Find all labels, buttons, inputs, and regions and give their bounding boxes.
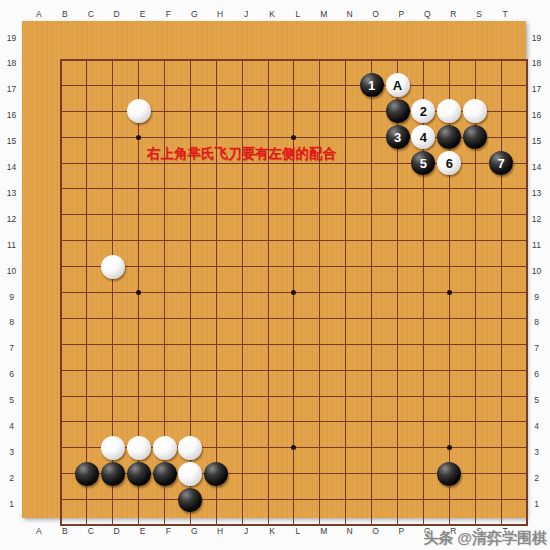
intersection-F6[interactable] — [177, 383, 203, 409]
intersection-A8[interactable] — [48, 331, 74, 357]
intersection-N18[interactable]: 1 — [359, 72, 385, 98]
intersection-J18[interactable] — [255, 72, 281, 98]
intersection-F4[interactable] — [177, 435, 203, 461]
intersection-M14[interactable] — [333, 176, 359, 202]
intersection-A5[interactable] — [48, 409, 74, 435]
intersection-E5[interactable] — [152, 409, 178, 435]
intersection-N11[interactable] — [359, 254, 385, 280]
intersection-C4[interactable] — [100, 435, 126, 461]
intersection-M8[interactable] — [333, 331, 359, 357]
intersection-L2[interactable] — [307, 487, 333, 513]
intersection-Q11[interactable] — [436, 254, 462, 280]
intersection-J6[interactable] — [255, 383, 281, 409]
intersection-E17[interactable] — [152, 98, 178, 124]
intersection-S9[interactable] — [488, 305, 514, 331]
intersection-S12[interactable] — [488, 228, 514, 254]
intersection-O15[interactable] — [385, 150, 411, 176]
intersection-C5[interactable] — [100, 409, 126, 435]
intersection-H3[interactable] — [229, 461, 255, 487]
intersection-K17[interactable] — [281, 98, 307, 124]
intersection-D12[interactable] — [126, 228, 152, 254]
intersection-E6[interactable] — [152, 383, 178, 409]
intersection-Q7[interactable] — [436, 357, 462, 383]
intersection-K18[interactable] — [281, 72, 307, 98]
intersection-E13[interactable] — [152, 202, 178, 228]
intersection-J10[interactable] — [255, 280, 281, 306]
intersection-M9[interactable] — [333, 305, 359, 331]
intersection-A7[interactable] — [48, 357, 74, 383]
intersection-D2[interactable] — [126, 487, 152, 513]
intersection-F3[interactable] — [177, 461, 203, 487]
intersection-H9[interactable] — [229, 305, 255, 331]
intersection-F2[interactable] — [177, 487, 203, 513]
intersection-F7[interactable] — [177, 357, 203, 383]
intersection-N13[interactable] — [359, 202, 385, 228]
intersection-O16[interactable]: 3 — [385, 124, 411, 150]
intersection-L6[interactable] — [307, 383, 333, 409]
intersection-C18[interactable] — [100, 72, 126, 98]
intersection-Q3[interactable] — [436, 461, 462, 487]
intersection-D4[interactable] — [126, 435, 152, 461]
intersection-M15[interactable] — [333, 150, 359, 176]
intersection-R9[interactable] — [462, 305, 488, 331]
intersection-D17[interactable] — [126, 98, 152, 124]
intersection-G5[interactable] — [203, 409, 229, 435]
intersection-A10[interactable] — [48, 280, 74, 306]
intersection-A6[interactable] — [48, 383, 74, 409]
intersection-S14[interactable] — [488, 176, 514, 202]
intersection-L11[interactable] — [307, 254, 333, 280]
intersection-F9[interactable] — [177, 305, 203, 331]
intersection-L13[interactable] — [307, 202, 333, 228]
intersection-F18[interactable] — [177, 72, 203, 98]
intersection-R15[interactable] — [462, 150, 488, 176]
intersection-N2[interactable] — [359, 487, 385, 513]
intersection-P14[interactable] — [410, 176, 436, 202]
intersection-N16[interactable] — [359, 124, 385, 150]
intersection-K6[interactable] — [281, 383, 307, 409]
intersection-N12[interactable] — [359, 228, 385, 254]
intersection-H6[interactable] — [229, 383, 255, 409]
intersection-E12[interactable] — [152, 228, 178, 254]
intersection-K8[interactable] — [281, 331, 307, 357]
intersection-D19[interactable] — [126, 47, 152, 73]
intersection-B14[interactable] — [74, 176, 100, 202]
intersection-C10[interactable] — [100, 280, 126, 306]
intersection-P15[interactable]: 5 — [410, 150, 436, 176]
intersection-M12[interactable] — [333, 228, 359, 254]
intersection-J2[interactable] — [255, 487, 281, 513]
intersection-E9[interactable] — [152, 305, 178, 331]
intersection-G6[interactable] — [203, 383, 229, 409]
intersection-S4[interactable] — [488, 435, 514, 461]
intersection-P8[interactable] — [410, 331, 436, 357]
intersection-A17[interactable] — [48, 98, 74, 124]
intersection-J19[interactable] — [255, 47, 281, 73]
intersection-G8[interactable] — [203, 331, 229, 357]
intersection-R5[interactable] — [462, 409, 488, 435]
intersection-R7[interactable] — [462, 357, 488, 383]
intersection-C9[interactable] — [100, 305, 126, 331]
intersection-P5[interactable] — [410, 409, 436, 435]
intersection-E10[interactable] — [152, 280, 178, 306]
intersection-S13[interactable] — [488, 202, 514, 228]
intersection-B4[interactable] — [74, 435, 100, 461]
intersection-G2[interactable] — [203, 487, 229, 513]
intersection-Q9[interactable] — [436, 305, 462, 331]
intersection-P6[interactable] — [410, 383, 436, 409]
intersection-K10[interactable] — [281, 280, 307, 306]
intersection-M16[interactable] — [333, 124, 359, 150]
intersection-G3[interactable] — [203, 461, 229, 487]
intersection-S7[interactable] — [488, 357, 514, 383]
intersection-Q10[interactable] — [436, 280, 462, 306]
intersection-N3[interactable] — [359, 461, 385, 487]
intersection-K5[interactable] — [281, 409, 307, 435]
intersection-G10[interactable] — [203, 280, 229, 306]
intersection-M3[interactable] — [333, 461, 359, 487]
intersection-N14[interactable] — [359, 176, 385, 202]
intersection-F11[interactable] — [177, 254, 203, 280]
intersection-H7[interactable] — [229, 357, 255, 383]
intersection-P7[interactable] — [410, 357, 436, 383]
intersection-E8[interactable] — [152, 331, 178, 357]
intersection-R11[interactable] — [462, 254, 488, 280]
intersection-B3[interactable] — [74, 461, 100, 487]
intersection-P12[interactable] — [410, 228, 436, 254]
intersection-K13[interactable] — [281, 202, 307, 228]
intersection-M10[interactable] — [333, 280, 359, 306]
intersection-L14[interactable] — [307, 176, 333, 202]
intersection-A14[interactable] — [48, 176, 74, 202]
intersection-O9[interactable] — [385, 305, 411, 331]
intersection-M13[interactable] — [333, 202, 359, 228]
intersection-D14[interactable] — [126, 176, 152, 202]
intersection-E3[interactable] — [152, 461, 178, 487]
intersection-C15[interactable] — [100, 150, 126, 176]
intersection-B6[interactable] — [74, 383, 100, 409]
intersection-L7[interactable] — [307, 357, 333, 383]
intersection-C19[interactable] — [100, 47, 126, 73]
intersection-N6[interactable] — [359, 383, 385, 409]
intersection-J17[interactable] — [255, 98, 281, 124]
intersection-N7[interactable] — [359, 357, 385, 383]
intersection-Q2[interactable] — [436, 487, 462, 513]
intersection-B9[interactable] — [74, 305, 100, 331]
intersection-J4[interactable] — [255, 435, 281, 461]
intersection-J8[interactable] — [255, 331, 281, 357]
intersection-P2[interactable] — [410, 487, 436, 513]
intersection-A2[interactable] — [48, 487, 74, 513]
intersection-S19[interactable] — [488, 47, 514, 73]
intersection-Q12[interactable] — [436, 228, 462, 254]
intersection-S8[interactable] — [488, 331, 514, 357]
intersection-N17[interactable] — [359, 98, 385, 124]
intersection-J7[interactable] — [255, 357, 281, 383]
intersection-J14[interactable] — [255, 176, 281, 202]
intersection-C13[interactable] — [100, 202, 126, 228]
intersection-K14[interactable] — [281, 176, 307, 202]
intersection-P13[interactable] — [410, 202, 436, 228]
intersection-Q16[interactable] — [436, 124, 462, 150]
intersection-C3[interactable] — [100, 461, 126, 487]
intersection-R13[interactable] — [462, 202, 488, 228]
intersection-G7[interactable] — [203, 357, 229, 383]
intersection-J9[interactable] — [255, 305, 281, 331]
intersection-L5[interactable] — [307, 409, 333, 435]
intersection-P18[interactable] — [410, 72, 436, 98]
intersection-Q5[interactable] — [436, 409, 462, 435]
intersection-O17[interactable] — [385, 98, 411, 124]
intersection-L8[interactable] — [307, 331, 333, 357]
intersection-P3[interactable] — [410, 461, 436, 487]
intersection-P16[interactable]: 4 — [410, 124, 436, 150]
intersection-M5[interactable] — [333, 409, 359, 435]
intersection-Q15[interactable]: 6 — [436, 150, 462, 176]
intersection-L3[interactable] — [307, 461, 333, 487]
intersection-R18[interactable] — [462, 72, 488, 98]
intersection-E14[interactable] — [152, 176, 178, 202]
intersection-D10[interactable] — [126, 280, 152, 306]
intersection-R17[interactable] — [462, 98, 488, 124]
intersection-D6[interactable] — [126, 383, 152, 409]
intersection-A16[interactable] — [48, 124, 74, 150]
intersection-N5[interactable] — [359, 409, 385, 435]
intersection-B10[interactable] — [74, 280, 100, 306]
intersection-E7[interactable] — [152, 357, 178, 383]
intersection-C6[interactable] — [100, 383, 126, 409]
intersection-H10[interactable] — [229, 280, 255, 306]
intersection-O7[interactable] — [385, 357, 411, 383]
intersection-K2[interactable] — [281, 487, 307, 513]
intersection-B11[interactable] — [74, 254, 100, 280]
intersection-D9[interactable] — [126, 305, 152, 331]
intersection-N15[interactable] — [359, 150, 385, 176]
intersection-S6[interactable] — [488, 383, 514, 409]
intersection-O3[interactable] — [385, 461, 411, 487]
intersection-H2[interactable] — [229, 487, 255, 513]
intersection-R4[interactable] — [462, 435, 488, 461]
intersection-A18[interactable] — [48, 72, 74, 98]
intersection-S3[interactable] — [488, 461, 514, 487]
intersection-E19[interactable] — [152, 47, 178, 73]
intersection-L4[interactable] — [307, 435, 333, 461]
intersection-K12[interactable] — [281, 228, 307, 254]
intersection-M6[interactable] — [333, 383, 359, 409]
intersection-M17[interactable] — [333, 98, 359, 124]
intersection-S2[interactable] — [488, 487, 514, 513]
intersection-A4[interactable] — [48, 435, 74, 461]
intersection-L12[interactable] — [307, 228, 333, 254]
intersection-F12[interactable] — [177, 228, 203, 254]
intersection-R3[interactable] — [462, 461, 488, 487]
intersection-O12[interactable] — [385, 228, 411, 254]
intersection-O18[interactable]: A — [385, 72, 411, 98]
intersection-M11[interactable] — [333, 254, 359, 280]
intersection-G9[interactable] — [203, 305, 229, 331]
intersection-O5[interactable] — [385, 409, 411, 435]
intersection-F8[interactable] — [177, 331, 203, 357]
intersection-F19[interactable] — [177, 47, 203, 73]
intersection-H12[interactable] — [229, 228, 255, 254]
intersection-O8[interactable] — [385, 331, 411, 357]
intersection-M18[interactable] — [333, 72, 359, 98]
intersection-C17[interactable] — [100, 98, 126, 124]
intersection-Q19[interactable] — [436, 47, 462, 73]
intersection-Q4[interactable] — [436, 435, 462, 461]
intersection-G17[interactable] — [203, 98, 229, 124]
intersection-D11[interactable] — [126, 254, 152, 280]
intersection-P11[interactable] — [410, 254, 436, 280]
intersection-N9[interactable] — [359, 305, 385, 331]
intersection-B8[interactable] — [74, 331, 100, 357]
intersection-G19[interactable] — [203, 47, 229, 73]
intersection-B5[interactable] — [74, 409, 100, 435]
intersection-H5[interactable] — [229, 409, 255, 435]
intersection-D3[interactable] — [126, 461, 152, 487]
intersection-O13[interactable] — [385, 202, 411, 228]
intersection-E2[interactable] — [152, 487, 178, 513]
intersection-Q18[interactable] — [436, 72, 462, 98]
intersection-D13[interactable] — [126, 202, 152, 228]
intersection-E18[interactable] — [152, 72, 178, 98]
intersection-H14[interactable] — [229, 176, 255, 202]
intersection-B16[interactable] — [74, 124, 100, 150]
intersection-F10[interactable] — [177, 280, 203, 306]
intersection-M4[interactable] — [333, 435, 359, 461]
intersection-B19[interactable] — [74, 47, 100, 73]
intersection-Q13[interactable] — [436, 202, 462, 228]
intersection-L17[interactable] — [307, 98, 333, 124]
intersection-S5[interactable] — [488, 409, 514, 435]
intersection-K4[interactable] — [281, 435, 307, 461]
intersection-F17[interactable] — [177, 98, 203, 124]
intersection-Q17[interactable] — [436, 98, 462, 124]
intersection-B2[interactable] — [74, 487, 100, 513]
intersection-A11[interactable] — [48, 254, 74, 280]
intersection-J5[interactable] — [255, 409, 281, 435]
intersection-O19[interactable] — [385, 47, 411, 73]
intersection-C7[interactable] — [100, 357, 126, 383]
intersection-F14[interactable] — [177, 176, 203, 202]
intersection-O4[interactable] — [385, 435, 411, 461]
intersection-G12[interactable] — [203, 228, 229, 254]
intersection-L19[interactable] — [307, 47, 333, 73]
intersection-A9[interactable] — [48, 305, 74, 331]
intersection-K19[interactable] — [281, 47, 307, 73]
intersection-G18[interactable] — [203, 72, 229, 98]
intersection-M19[interactable] — [333, 47, 359, 73]
intersection-D7[interactable] — [126, 357, 152, 383]
intersection-H13[interactable] — [229, 202, 255, 228]
intersection-D5[interactable] — [126, 409, 152, 435]
intersection-R2[interactable] — [462, 487, 488, 513]
intersection-B12[interactable] — [74, 228, 100, 254]
intersection-S11[interactable] — [488, 254, 514, 280]
intersection-C11[interactable] — [100, 254, 126, 280]
intersection-A19[interactable] — [48, 47, 74, 73]
intersection-H8[interactable] — [229, 331, 255, 357]
intersection-B18[interactable] — [74, 72, 100, 98]
intersection-S10[interactable] — [488, 280, 514, 306]
intersection-S17[interactable] — [488, 98, 514, 124]
intersection-C12[interactable] — [100, 228, 126, 254]
intersection-H11[interactable] — [229, 254, 255, 280]
intersection-A13[interactable] — [48, 202, 74, 228]
intersection-P10[interactable] — [410, 280, 436, 306]
intersection-M2[interactable] — [333, 487, 359, 513]
intersection-A3[interactable] — [48, 461, 74, 487]
intersection-R8[interactable] — [462, 331, 488, 357]
intersection-C8[interactable] — [100, 331, 126, 357]
intersection-M7[interactable] — [333, 357, 359, 383]
intersection-G14[interactable] — [203, 176, 229, 202]
intersection-F5[interactable] — [177, 409, 203, 435]
intersection-H18[interactable] — [229, 72, 255, 98]
intersection-J3[interactable] — [255, 461, 281, 487]
intersection-F13[interactable] — [177, 202, 203, 228]
intersection-K11[interactable] — [281, 254, 307, 280]
intersection-K7[interactable] — [281, 357, 307, 383]
intersection-R16[interactable] — [462, 124, 488, 150]
intersection-S15[interactable]: 7 — [488, 150, 514, 176]
intersection-O10[interactable] — [385, 280, 411, 306]
intersection-N19[interactable] — [359, 47, 385, 73]
intersection-L9[interactable] — [307, 305, 333, 331]
intersection-E4[interactable] — [152, 435, 178, 461]
intersection-R14[interactable] — [462, 176, 488, 202]
intersection-G4[interactable] — [203, 435, 229, 461]
intersection-S16[interactable] — [488, 124, 514, 150]
intersection-K9[interactable] — [281, 305, 307, 331]
intersection-E11[interactable] — [152, 254, 178, 280]
intersection-B17[interactable] — [74, 98, 100, 124]
intersection-H19[interactable] — [229, 47, 255, 73]
intersection-P17[interactable]: 2 — [410, 98, 436, 124]
intersection-R19[interactable] — [462, 47, 488, 73]
intersection-R12[interactable] — [462, 228, 488, 254]
intersection-G11[interactable] — [203, 254, 229, 280]
intersection-A12[interactable] — [48, 228, 74, 254]
intersection-B13[interactable] — [74, 202, 100, 228]
intersection-G13[interactable] — [203, 202, 229, 228]
intersection-P4[interactable] — [410, 435, 436, 461]
intersection-J12[interactable] — [255, 228, 281, 254]
intersection-C2[interactable] — [100, 487, 126, 513]
intersection-O2[interactable] — [385, 487, 411, 513]
intersection-Q6[interactable] — [436, 383, 462, 409]
intersection-D18[interactable] — [126, 72, 152, 98]
intersection-S18[interactable] — [488, 72, 514, 98]
intersection-D8[interactable] — [126, 331, 152, 357]
intersection-O11[interactable] — [385, 254, 411, 280]
intersection-K3[interactable] — [281, 461, 307, 487]
intersection-R10[interactable] — [462, 280, 488, 306]
intersection-H4[interactable] — [229, 435, 255, 461]
intersection-B15[interactable] — [74, 150, 100, 176]
intersection-C16[interactable] — [100, 124, 126, 150]
intersection-P9[interactable] — [410, 305, 436, 331]
intersection-N8[interactable] — [359, 331, 385, 357]
intersection-N10[interactable] — [359, 280, 385, 306]
intersection-O14[interactable] — [385, 176, 411, 202]
intersection-Q14[interactable] — [436, 176, 462, 202]
intersection-H17[interactable] — [229, 98, 255, 124]
intersection-B7[interactable] — [74, 357, 100, 383]
intersection-J13[interactable] — [255, 202, 281, 228]
intersection-Q8[interactable] — [436, 331, 462, 357]
intersection-O6[interactable] — [385, 383, 411, 409]
